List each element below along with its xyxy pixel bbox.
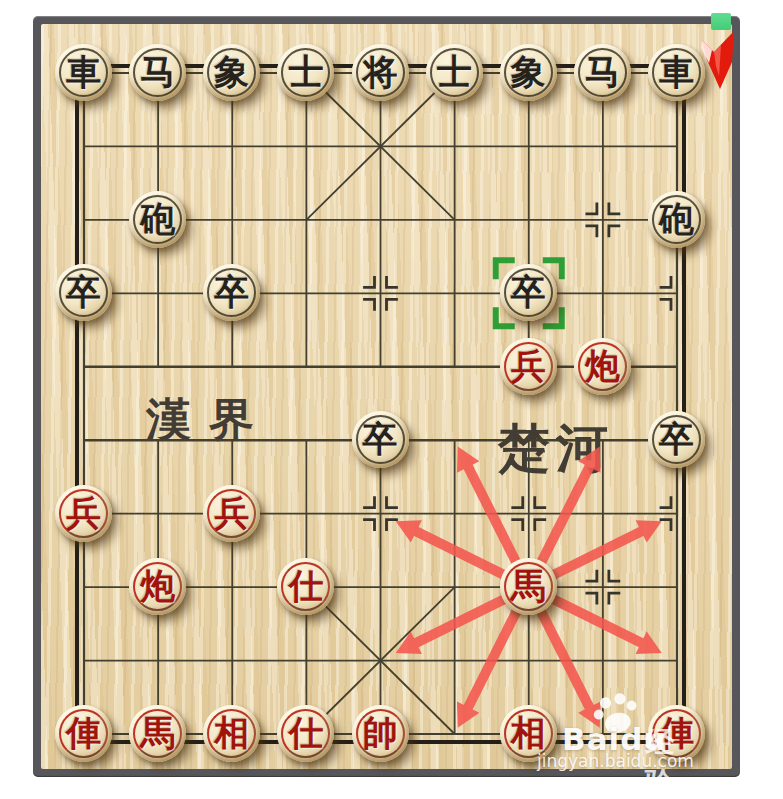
- piece-glyph: 马: [585, 44, 620, 101]
- piece-red-soldier[interactable]: 兵: [500, 338, 557, 395]
- xiangqi-board[interactable]: [41, 24, 732, 769]
- piece-glyph: 仕: [288, 558, 323, 615]
- piece-glyph: 帥: [363, 705, 398, 762]
- piece-black-cannon[interactable]: 砲: [648, 191, 705, 248]
- piece-red-horse[interactable]: 馬: [129, 705, 186, 762]
- piece-glyph: 卒: [214, 264, 249, 321]
- piece-glyph: 炮: [585, 338, 620, 395]
- piece-black-soldier[interactable]: 卒: [55, 264, 112, 321]
- piece-glyph: 将: [363, 44, 398, 101]
- piece-red-horse[interactable]: 馬: [500, 558, 557, 615]
- piece-glyph: 马: [140, 44, 175, 101]
- piece-red-advisor[interactable]: 仕: [277, 705, 334, 762]
- piece-black-chariot[interactable]: 車: [55, 44, 112, 101]
- screenshot-root: 漢界 楚河 車马象士将士象马車砲砲卒卒卒卒卒兵炮兵兵炮仕馬俥馬相仕帥相俥 Bai…: [0, 0, 783, 799]
- piece-black-elephant[interactable]: 象: [500, 44, 557, 101]
- piece-black-horse[interactable]: 马: [129, 44, 186, 101]
- piece-glyph: 卒: [659, 411, 694, 468]
- piece-glyph: 砲: [659, 191, 694, 248]
- piece-red-general[interactable]: 帥: [352, 705, 409, 762]
- piece-black-cannon[interactable]: 砲: [129, 191, 186, 248]
- piece-glyph: 砲: [140, 191, 175, 248]
- piece-glyph: 兵: [66, 485, 101, 542]
- piece-black-horse[interactable]: 马: [574, 44, 631, 101]
- piece-glyph: 車: [659, 44, 694, 101]
- piece-black-soldier[interactable]: 卒: [500, 264, 557, 321]
- piece-glyph: 炮: [140, 558, 175, 615]
- piece-red-soldier[interactable]: 兵: [203, 485, 260, 542]
- piece-glyph: 卒: [363, 411, 398, 468]
- river-label-hanjie: 漢界: [146, 390, 272, 450]
- piece-black-soldier[interactable]: 卒: [352, 411, 409, 468]
- piece-glyph: 仕: [288, 705, 323, 762]
- red-arrow-indicator-icon: [695, 26, 739, 92]
- watermark-url: jingyan.baidu.com: [537, 751, 694, 771]
- piece-glyph: 卒: [66, 264, 101, 321]
- piece-glyph: 兵: [511, 338, 546, 395]
- piece-glyph: 馬: [511, 558, 546, 615]
- piece-glyph: 車: [66, 44, 101, 101]
- piece-black-advisor[interactable]: 士: [277, 44, 334, 101]
- river-label-chuhe: 楚河: [498, 414, 614, 484]
- piece-red-elephant[interactable]: 相: [203, 705, 260, 762]
- piece-glyph: 士: [288, 44, 323, 101]
- piece-black-soldier[interactable]: 卒: [648, 411, 705, 468]
- piece-glyph: 相: [214, 705, 249, 762]
- piece-red-cannon[interactable]: 炮: [129, 558, 186, 615]
- board-frame: [33, 16, 740, 777]
- piece-black-elephant[interactable]: 象: [203, 44, 260, 101]
- piece-glyph: 象: [511, 44, 546, 101]
- piece-red-soldier[interactable]: 兵: [55, 485, 112, 542]
- piece-black-advisor[interactable]: 士: [426, 44, 483, 101]
- piece-glyph: 卒: [511, 264, 546, 321]
- piece-glyph: 象: [214, 44, 249, 101]
- piece-black-general[interactable]: 将: [352, 44, 409, 101]
- piece-glyph: 馬: [140, 705, 175, 762]
- piece-red-chariot[interactable]: 俥: [55, 705, 112, 762]
- piece-glyph: 俥: [66, 705, 101, 762]
- piece-glyph: 士: [437, 44, 472, 101]
- piece-glyph: 兵: [214, 485, 249, 542]
- piece-red-cannon[interactable]: 炮: [574, 338, 631, 395]
